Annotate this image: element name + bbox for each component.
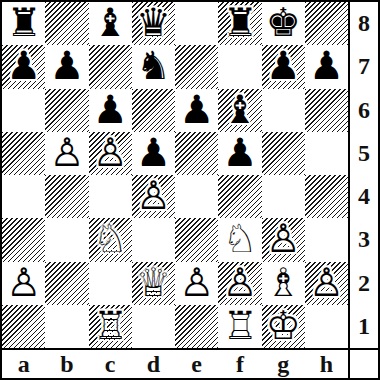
square-e8[interactable] [175,2,218,45]
corner-spacer [350,350,378,378]
square-f5[interactable]: ♟ [218,132,261,175]
piece-black-pawn: ♟ [266,46,301,85]
file-label-e: e [175,350,218,378]
rank-label-2: 2 [350,262,378,305]
square-d4[interactable]: ♙ [132,175,175,218]
file-label-g: g [262,350,305,378]
square-h7[interactable]: ♟ [305,45,348,88]
piece-white-king: ♔ [266,306,301,345]
square-d3[interactable] [132,218,175,261]
square-b6[interactable] [45,89,88,132]
square-d7[interactable]: ♞ [132,45,175,88]
square-h4[interactable] [305,175,348,218]
file-label-c: c [89,350,132,378]
square-d5[interactable]: ♟ [132,132,175,175]
square-h8[interactable] [305,2,348,45]
piece-black-bishop: ♝ [93,3,128,42]
chess-diagram: ♜♝♛♜♚♟♟♞♟♟♟♟♝♙♙♟♟♙♘♘♙♙♕♙♙♗♙♖♖♔ 87654321 … [0,0,380,380]
piece-white-rook: ♖ [93,306,128,345]
square-a1[interactable] [2,305,45,348]
square-c7[interactable] [89,45,132,88]
square-c8[interactable]: ♝ [89,2,132,45]
square-e2[interactable]: ♙ [175,262,218,305]
square-g8[interactable]: ♚ [262,2,305,45]
piece-black-pawn: ♟ [6,46,41,85]
square-d6[interactable] [132,89,175,132]
square-a6[interactable] [2,89,45,132]
piece-black-pawn: ♟ [222,133,257,172]
piece-white-knight: ♘ [222,219,257,258]
square-g1[interactable]: ♔ [262,305,305,348]
piece-white-pawn: ♙ [179,263,214,302]
piece-black-king: ♚ [266,3,301,42]
square-f2[interactable]: ♙ [218,262,261,305]
square-b7[interactable]: ♟ [45,45,88,88]
rank-label-8: 8 [350,2,378,45]
piece-black-rook: ♜ [6,3,41,42]
piece-white-bishop: ♗ [266,263,301,302]
square-f1[interactable]: ♖ [218,305,261,348]
rank-label-7: 7 [350,45,378,88]
square-e6[interactable]: ♟ [175,89,218,132]
file-label-f: f [218,350,261,378]
square-h5[interactable] [305,132,348,175]
square-a5[interactable] [2,132,45,175]
square-g6[interactable] [262,89,305,132]
rank-label-3: 3 [350,218,378,261]
square-a2[interactable]: ♙ [2,262,45,305]
square-f8[interactable]: ♜ [218,2,261,45]
piece-white-pawn: ♙ [309,263,344,302]
square-a4[interactable] [2,175,45,218]
square-c4[interactable] [89,175,132,218]
square-e4[interactable] [175,175,218,218]
square-g4[interactable] [262,175,305,218]
square-a7[interactable]: ♟ [2,45,45,88]
square-e5[interactable] [175,132,218,175]
square-b4[interactable] [45,175,88,218]
square-e7[interactable] [175,45,218,88]
piece-white-rook: ♖ [222,306,257,345]
file-label-b: b [45,350,88,378]
square-c2[interactable] [89,262,132,305]
rank-labels: 87654321 [350,2,378,350]
square-h1[interactable] [305,305,348,348]
square-g7[interactable]: ♟ [262,45,305,88]
piece-black-pawn: ♟ [136,133,171,172]
file-labels: abcdefgh [2,350,350,378]
chess-board: ♜♝♛♜♚♟♟♞♟♟♟♟♝♙♙♟♟♙♘♘♙♙♕♙♙♗♙♖♖♔ [2,2,350,350]
piece-black-bishop: ♝ [222,90,257,129]
square-f6[interactable]: ♝ [218,89,261,132]
rank-label-6: 6 [350,89,378,132]
square-a3[interactable] [2,218,45,261]
piece-black-queen: ♛ [136,3,171,42]
square-a8[interactable]: ♜ [2,2,45,45]
square-h3[interactable] [305,218,348,261]
piece-white-pawn: ♙ [49,133,84,172]
square-b2[interactable] [45,262,88,305]
square-b5[interactable]: ♙ [45,132,88,175]
square-b1[interactable] [45,305,88,348]
file-label-h: h [305,350,348,378]
piece-black-pawn: ♟ [179,90,214,129]
piece-black-pawn: ♟ [49,46,84,85]
piece-black-rook: ♜ [222,3,257,42]
piece-black-pawn: ♟ [93,90,128,129]
square-f7[interactable] [218,45,261,88]
square-b8[interactable] [45,2,88,45]
piece-black-pawn: ♟ [309,46,344,85]
rank-label-1: 1 [350,305,378,348]
piece-white-knight: ♘ [93,219,128,258]
square-c5[interactable]: ♙ [89,132,132,175]
square-d1[interactable] [132,305,175,348]
square-h6[interactable] [305,89,348,132]
piece-black-knight: ♞ [136,46,171,85]
square-f3[interactable]: ♘ [218,218,261,261]
piece-white-pawn: ♙ [222,263,257,302]
square-h2[interactable]: ♙ [305,262,348,305]
rank-label-4: 4 [350,175,378,218]
piece-white-pawn: ♙ [6,263,41,302]
square-g3[interactable]: ♙ [262,218,305,261]
square-d8[interactable]: ♛ [132,2,175,45]
piece-white-pawn: ♙ [93,133,128,172]
square-f4[interactable] [218,175,261,218]
file-label-a: a [2,350,45,378]
square-c3[interactable]: ♘ [89,218,132,261]
square-e3[interactable] [175,218,218,261]
square-e1[interactable] [175,305,218,348]
square-g5[interactable] [262,132,305,175]
square-d2[interactable]: ♕ [132,262,175,305]
piece-white-queen: ♕ [136,263,171,302]
square-g2[interactable]: ♗ [262,262,305,305]
square-c6[interactable]: ♟ [89,89,132,132]
rank-label-5: 5 [350,132,378,175]
square-b3[interactable] [45,218,88,261]
file-label-d: d [132,350,175,378]
piece-white-pawn: ♙ [266,219,301,258]
square-c1[interactable]: ♖ [89,305,132,348]
piece-white-pawn: ♙ [136,176,171,215]
